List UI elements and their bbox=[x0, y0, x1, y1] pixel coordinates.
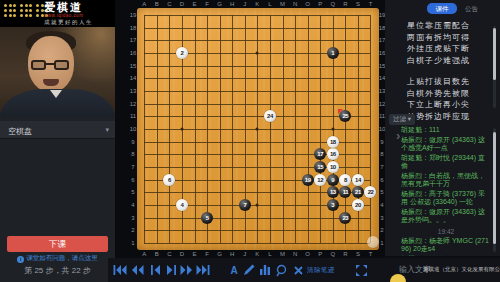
stone-move-number: 13 bbox=[330, 189, 336, 195]
stone-move-number: 10 bbox=[330, 164, 336, 170]
stone-move-number: 19 bbox=[305, 177, 311, 183]
first-move-button[interactable] bbox=[112, 263, 128, 277]
stone-black-15: 15 bbox=[314, 161, 326, 173]
logo-dot bbox=[25, 14, 28, 17]
coord-label-left: 12 bbox=[130, 101, 137, 107]
coord-label-left: 16 bbox=[130, 50, 137, 56]
coord-label-bottom: J bbox=[243, 251, 246, 257]
coord-label-top: E bbox=[193, 1, 197, 7]
stone-move-number: 24 bbox=[267, 113, 273, 119]
stone-move-number: 1 bbox=[331, 50, 334, 56]
coord-label-right: 5 bbox=[380, 189, 383, 195]
coord-label-bottom: N bbox=[293, 251, 297, 257]
stone-white-2: 2 bbox=[176, 47, 188, 59]
last-move-marker bbox=[338, 109, 343, 114]
board-select-value: 空棋盘 bbox=[8, 126, 32, 137]
stone-move-number: 5 bbox=[206, 215, 209, 221]
chat-message: 杨振烈：高子骑 (37376) 采用 公叔远 (33640) 一轮 bbox=[401, 190, 491, 207]
chat-message-list: 胡延魁：111杨振烈：微原开 (34363) 这个感觉A好一点胡延魁：郑时悦 (… bbox=[401, 126, 491, 256]
brand-url: www.iqidao.com bbox=[44, 13, 114, 18]
logo-dot bbox=[20, 9, 23, 12]
stone-move-number: 6 bbox=[168, 177, 171, 183]
stone-black-3: 3 bbox=[327, 199, 339, 211]
stone-black-17: 17 bbox=[314, 148, 326, 160]
coord-label-bottom: C bbox=[167, 251, 171, 257]
stone-white-18: 18 bbox=[327, 136, 339, 148]
stone-black-7: 7 bbox=[239, 199, 251, 211]
stone-black-11: 11 bbox=[339, 186, 351, 198]
logo-dot bbox=[4, 14, 7, 17]
stone-black-21: 21 bbox=[352, 186, 364, 198]
stone-white-24: 24 bbox=[264, 110, 276, 122]
logo-dot bbox=[36, 4, 39, 7]
coord-label-right: 6 bbox=[380, 177, 383, 183]
logo-dot bbox=[9, 9, 12, 12]
coord-label-left: 4 bbox=[131, 202, 134, 208]
coord-label-left: 5 bbox=[131, 189, 134, 195]
coord-label-top: N bbox=[293, 1, 297, 7]
stone-move-number: 11 bbox=[343, 189, 348, 195]
board-grid-line bbox=[345, 15, 346, 243]
coord-label-right: 4 bbox=[380, 202, 383, 208]
playback-toolbar: A 清除笔迹 输入文字 爱棋道（北京）文化发展有限公司 bbox=[108, 258, 500, 282]
coord-label-bottom: Q bbox=[330, 251, 335, 257]
chat-filter-button[interactable]: 过滤 ▾ bbox=[389, 114, 415, 125]
logo-dot bbox=[20, 14, 23, 17]
text-tool-icon: A bbox=[230, 265, 237, 276]
lesson-line: 上贴打拔目数先 bbox=[385, 76, 492, 88]
stone-move-number: 25 bbox=[342, 113, 348, 119]
coord-label-left: 7 bbox=[131, 164, 134, 170]
coord-label-left: 9 bbox=[131, 139, 134, 145]
stone-move-number: 3 bbox=[331, 202, 334, 208]
stone-move-number: 15 bbox=[317, 164, 323, 170]
dismiss-class-button[interactable]: 下课 bbox=[7, 236, 108, 252]
stone-white-12: 12 bbox=[314, 174, 326, 186]
prev-move-button[interactable] bbox=[147, 263, 163, 277]
chart-tool-button[interactable] bbox=[257, 263, 273, 277]
tab-courseware[interactable]: 课件 bbox=[427, 3, 457, 14]
coord-label-top: S bbox=[356, 1, 360, 7]
coord-label-bottom: D bbox=[180, 251, 184, 257]
board-grid-line bbox=[144, 230, 370, 231]
star-point bbox=[180, 128, 183, 131]
stone-move-number: 16 bbox=[330, 151, 336, 157]
coord-label-top: D bbox=[180, 1, 184, 7]
brand-block: 爱棋道 www.iqidao.com 成就更好的人生 bbox=[44, 1, 114, 26]
stone-move-number: 9 bbox=[331, 177, 334, 183]
coord-label-top: J bbox=[243, 1, 246, 7]
coord-label-bottom: E bbox=[193, 251, 197, 257]
lesson-line: 下立上断再小尖 bbox=[385, 99, 492, 111]
logo-dot bbox=[36, 9, 39, 12]
brand-slogan: 成就更好的人生 bbox=[44, 19, 114, 26]
chat-message: 胡延魁：郑时悦 (29344) 直偷 bbox=[401, 154, 491, 171]
glasses-right-lens bbox=[54, 60, 69, 70]
stone-black-25: 25 bbox=[339, 110, 351, 122]
lesson-scrollbar[interactable] bbox=[493, 26, 496, 108]
coord-label-bottom: A bbox=[142, 251, 146, 257]
coord-label-top: T bbox=[369, 1, 373, 7]
coord-label-bottom: T bbox=[369, 251, 373, 257]
coord-label-top: H bbox=[230, 1, 234, 7]
ghost-stone bbox=[367, 236, 379, 248]
panel-collapse-icon[interactable]: › bbox=[396, 128, 400, 143]
coord-label-top: M bbox=[280, 1, 285, 7]
coord-label-right: 9 bbox=[380, 139, 383, 145]
coord-label-top: K bbox=[255, 1, 259, 7]
lesson-line: 星位靠压需配合 bbox=[385, 20, 492, 32]
coord-label-top: A bbox=[142, 1, 146, 7]
chat-message: 杨振烈：看看 bbox=[401, 255, 491, 256]
coord-label-left: 11 bbox=[130, 113, 136, 119]
stone-white-16: 16 bbox=[327, 148, 339, 160]
coord-label-bottom: P bbox=[318, 251, 322, 257]
coord-label-right: 1 bbox=[380, 240, 383, 246]
clear-strokes-button[interactable]: 清除笔迹 bbox=[307, 266, 335, 275]
coord-label-left: 3 bbox=[131, 215, 134, 221]
last-move-button[interactable] bbox=[195, 263, 211, 277]
company-watermark: 爱棋道（北京）文化发展有限公司 bbox=[423, 266, 500, 273]
move-counter: 第 25 步，共 22 步 bbox=[0, 265, 115, 276]
stone-move-number: 22 bbox=[368, 189, 374, 195]
coord-label-top: P bbox=[318, 1, 322, 7]
logo-dot bbox=[9, 4, 12, 7]
coord-label-top: G bbox=[217, 1, 222, 7]
board-select-dropdown[interactable]: 空棋盘 ▾ bbox=[0, 121, 115, 139]
coord-label-top: F bbox=[205, 1, 209, 7]
logo-dot bbox=[36, 14, 39, 17]
chat-message: 杨振烈：微原开 (34363) 这个感觉A好一点 bbox=[401, 136, 491, 153]
coord-label-right: 8 bbox=[380, 151, 383, 157]
pen-tool-button[interactable] bbox=[241, 263, 257, 277]
coord-label-left: 18 bbox=[130, 25, 137, 31]
coord-label-bottom: K bbox=[255, 251, 259, 257]
coord-label-left: 1 bbox=[131, 240, 134, 246]
logo-bar: 爱棋道 www.iqidao.com 成就更好的人生 bbox=[0, 0, 115, 27]
coord-label-top: Q bbox=[330, 1, 335, 7]
coord-label-bottom: F bbox=[205, 251, 209, 257]
fast-forward-button[interactable] bbox=[178, 263, 194, 277]
chat-message: 杨振烈：微原开 (34363) 这是外势吗。。。 bbox=[401, 208, 491, 225]
coord-label-bottom: M bbox=[280, 251, 285, 257]
stone-move-number: 23 bbox=[342, 215, 348, 221]
chat-message: 杨振烈：白若战，黑便战，黑有兄弟千千万 bbox=[401, 172, 491, 189]
stone-move-number: 8 bbox=[344, 177, 347, 183]
stone-white-8: 8 bbox=[339, 174, 351, 186]
logo-dot bbox=[13, 9, 16, 12]
lesson-line: 外挂压虎贴下断 bbox=[385, 43, 492, 55]
coord-label-bottom: B bbox=[155, 251, 159, 257]
lesson-line: 白棋外势先被限 bbox=[385, 88, 492, 100]
brand-title: 爱棋道 bbox=[44, 1, 114, 13]
help-link-text: 课堂如有问题，请点这里 bbox=[26, 254, 98, 261]
left-panel: 爱棋道 www.iqidao.com 成就更好的人生 空棋盘 ▾ 下课 i课堂如… bbox=[0, 0, 115, 282]
stone-move-number: 4 bbox=[181, 202, 184, 208]
chat-message: 杨振烈：杨老师 YMGC (27196) 20走s4 bbox=[401, 237, 491, 254]
stone-move-number: 2 bbox=[181, 50, 184, 56]
stone-white-20: 20 bbox=[352, 199, 364, 211]
board-region: AABBCCDDEEFFGGHHJJKKLLMMNNOOPPQQRRSSTT19… bbox=[115, 0, 385, 258]
coord-label-left: 15 bbox=[130, 63, 137, 69]
lasso-tool-button[interactable] bbox=[273, 263, 289, 277]
teacher-webcam-video[interactable] bbox=[0, 27, 115, 117]
star-point bbox=[256, 128, 259, 131]
teacher-mouth bbox=[43, 79, 59, 86]
chat-timestamp: 19:42 bbox=[401, 228, 491, 235]
logo-dot bbox=[4, 9, 7, 12]
stone-white-22: 22 bbox=[364, 186, 376, 198]
lesson-line: 白棋子少难强战 bbox=[385, 55, 492, 67]
coord-label-right: 7 bbox=[380, 164, 383, 170]
board-grid-line bbox=[144, 243, 370, 244]
delete-mark-button[interactable] bbox=[290, 263, 306, 277]
stone-move-number: 18 bbox=[330, 139, 336, 145]
logo-dot bbox=[29, 14, 32, 17]
star-point bbox=[256, 204, 259, 207]
coord-label-left: 10 bbox=[130, 126, 137, 132]
chevron-down-icon: ▾ bbox=[105, 126, 109, 134]
stone-black-23: 23 bbox=[339, 212, 351, 224]
stone-move-number: 20 bbox=[355, 202, 361, 208]
fullscreen-button[interactable] bbox=[353, 263, 369, 277]
coord-label-top: R bbox=[343, 1, 347, 7]
right-panel: 课件 公告 星位靠压需配合两面有拆均可得外挂压虎贴下断白棋子少难强战上贴打拔目数… bbox=[385, 0, 500, 256]
logo-dot bbox=[20, 4, 23, 7]
stone-white-10: 10 bbox=[327, 161, 339, 173]
stone-white-4: 4 bbox=[176, 199, 188, 211]
coord-label-top: O bbox=[305, 1, 310, 7]
board-grid-line bbox=[144, 218, 370, 219]
text-tool-button[interactable]: A bbox=[226, 263, 242, 277]
glasses-bridge bbox=[45, 63, 55, 65]
coord-label-right: 3 bbox=[380, 215, 383, 221]
coord-label-bottom: R bbox=[343, 251, 347, 257]
board-grid-line bbox=[320, 15, 321, 243]
board-grid-line bbox=[270, 15, 271, 243]
logo-dot bbox=[4, 4, 7, 7]
logo-dot bbox=[13, 4, 16, 7]
lesson-spacer bbox=[385, 66, 492, 76]
coord-label-left: 13 bbox=[130, 88, 137, 94]
stone-black-13: 13 bbox=[327, 186, 339, 198]
stone-black-9: 9 bbox=[327, 174, 339, 186]
coord-label-bottom: L bbox=[268, 251, 271, 257]
tab-announcement[interactable]: 公告 bbox=[465, 5, 478, 14]
coord-label-bottom: G bbox=[217, 251, 222, 257]
lesson-rhyme-block: 星位靠压需配合两面有拆均可得外挂压虎贴下断白棋子少难强战上贴打拔目数先白棋外势先… bbox=[385, 20, 492, 122]
lesson-line: 两面有拆均可得 bbox=[385, 32, 492, 44]
coord-label-left: 2 bbox=[131, 227, 134, 233]
board-grid-line bbox=[370, 15, 371, 243]
next-move-button[interactable] bbox=[163, 263, 179, 277]
coord-label-left: 17 bbox=[130, 37, 137, 43]
board-grid-line bbox=[295, 15, 296, 243]
coord-label-bottom: O bbox=[305, 251, 310, 257]
stone-move-number: 21 bbox=[355, 189, 361, 195]
stone-move-number: 14 bbox=[355, 177, 361, 183]
logo-dot bbox=[9, 14, 12, 17]
logo-dot bbox=[29, 9, 32, 12]
coord-label-top: L bbox=[268, 1, 271, 7]
logo-dot bbox=[13, 14, 16, 17]
coord-label-left: 19 bbox=[130, 12, 137, 18]
coord-label-top: B bbox=[155, 1, 159, 7]
coord-label-right: 2 bbox=[380, 227, 383, 233]
stone-white-6: 6 bbox=[163, 174, 175, 186]
chat-scrollbar[interactable] bbox=[493, 128, 496, 252]
stone-black-5: 5 bbox=[201, 212, 213, 224]
coord-label-bottom: H bbox=[230, 251, 234, 257]
teacher-face bbox=[28, 36, 74, 92]
help-link[interactable]: i课堂如有问题，请点这里 bbox=[0, 254, 115, 263]
chat-message: 胡延魁：111 bbox=[401, 126, 491, 134]
coord-label-top: C bbox=[167, 1, 171, 7]
stone-black-1: 1 bbox=[327, 47, 339, 59]
glasses-left-lens bbox=[31, 60, 46, 70]
stone-move-number: 7 bbox=[243, 202, 246, 208]
coord-label-bottom: S bbox=[356, 251, 360, 257]
stone-move-number: 12 bbox=[317, 177, 323, 183]
coord-label-left: 14 bbox=[130, 75, 137, 81]
logo-dot bbox=[25, 4, 28, 7]
logo-dot bbox=[25, 9, 28, 12]
stone-white-14: 14 bbox=[352, 174, 364, 186]
app-window: 爱棋道 www.iqidao.com 成就更好的人生 空棋盘 ▾ 下课 i课堂如… bbox=[0, 0, 500, 282]
star-point bbox=[256, 52, 259, 55]
star-point bbox=[331, 128, 334, 131]
stone-black-19: 19 bbox=[302, 174, 314, 186]
rewind-button[interactable] bbox=[129, 263, 145, 277]
logo-dot bbox=[29, 4, 32, 7]
coord-label-left: 8 bbox=[131, 151, 134, 157]
coord-label-left: 6 bbox=[131, 177, 134, 183]
info-icon: i bbox=[17, 256, 24, 263]
stone-move-number: 17 bbox=[317, 151, 323, 157]
board-grid-line bbox=[283, 15, 284, 243]
board-grid-line bbox=[308, 15, 309, 243]
